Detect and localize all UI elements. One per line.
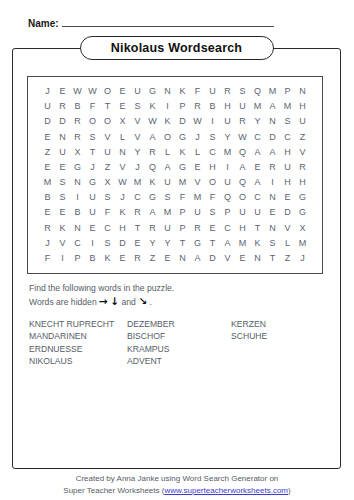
grid-cell: W [235,130,250,145]
grid-cell: F [175,190,190,205]
grid-cell: L [280,236,295,251]
grid-cell: V [115,160,130,175]
grid-cell: X [70,145,85,160]
grid-cell: U [220,114,235,129]
grid-cell: N [55,130,70,145]
grid-cell: Z [295,130,310,145]
grid-cell: V [295,145,310,160]
grid-cell: U [250,205,265,220]
grid-cell: S [55,190,70,205]
grid-cell: D [40,114,55,129]
grid-cell: K [145,99,160,114]
grid-cell: M [235,236,250,251]
grid-cell: R [145,221,160,236]
grid-cell: B [85,251,100,266]
grid-cell: R [295,160,310,175]
grid-cell: I [220,160,235,175]
grid-cell: H [280,175,295,190]
word-item: BISCHOF [127,330,231,342]
grid-cell: P [175,205,190,220]
grid-cell: J [40,84,55,99]
grid-cell: O [100,84,115,99]
grid-cell: R [130,205,145,220]
instructions-line1: Find the following words in the puzzle. [29,282,174,294]
grid-cell: M [265,84,280,99]
grid-cell: M [220,145,235,160]
grid-cell: T [100,99,115,114]
grid-cell: I [55,251,70,266]
grid-cell: V [130,130,145,145]
grid-cell: Y [130,145,145,160]
grid-cell: P [280,84,295,99]
grid-cell: N [250,251,265,266]
grid-cell: I [85,236,100,251]
grid-cell: T [130,221,145,236]
grid-cell: U [295,114,310,129]
grid-cell: R [70,130,85,145]
grid-cell: N [175,251,190,266]
word-item: DEZEMBER [127,318,231,330]
grid-cell: Q [220,190,235,205]
grid-cell: N [115,145,130,160]
grid-cell: O [85,114,100,129]
grid-cell: G [145,190,160,205]
footer-line1: Created by Anna Janke using Word Search … [0,473,354,485]
grid-cell: E [250,160,265,175]
grid-cell: S [100,236,115,251]
grid-cell: E [115,251,130,266]
grid-cell: Y [220,130,235,145]
grid-cell: L [190,145,205,160]
grid-cell: K [100,251,115,266]
grid-cell: V [280,221,295,236]
grid-cell: Q [235,175,250,190]
grid-cell: J [190,130,205,145]
grid-cell: S [205,130,220,145]
grid-cell: C [220,221,235,236]
grid-cell: E [115,99,130,114]
grid-cell: G [145,84,160,99]
grid-cell: U [85,190,100,205]
grid-cell: D [265,130,280,145]
grid-cell: C [70,236,85,251]
grid-cell: Z [145,251,160,266]
grid-cell: M [40,175,55,190]
grid-cell: G [175,130,190,145]
grid-cell: E [85,221,100,236]
website-link[interactable]: www.superteacherworksheets.com [164,486,288,495]
grid-cell: S [280,114,295,129]
grid-cell: V [100,130,115,145]
grid-cell: E [40,160,55,175]
grid-cell: I [205,114,220,129]
grid-cell: D [175,114,190,129]
grid-cell: U [160,221,175,236]
grid-cell: D [115,236,130,251]
grid-cell: A [145,130,160,145]
grid-cell: W [190,114,205,129]
grid-cell: U [40,99,55,114]
grid-cell: S [205,205,220,220]
word-list: KNECHT RUPRECHTMANDARINENERDNUESSENIKOLA… [29,318,329,367]
grid-cell: M [295,236,310,251]
grid-cell: E [40,130,55,145]
grid-cell: J [115,190,130,205]
grid-cell: S [160,190,175,205]
grid-cell: W [85,84,100,99]
grid-cell: K [160,114,175,129]
grid-cell: E [115,84,130,99]
grid-cell: K [55,221,70,236]
word-item: NIKOLAUS [29,355,127,367]
grid-cell: E [235,251,250,266]
grid-cell: E [205,221,220,236]
grid-cell: J [130,160,145,175]
grid-cell: U [235,205,250,220]
grid-cell: J [40,236,55,251]
grid-cell: V [55,236,70,251]
grid-cell: C [250,190,265,205]
grid-cell: G [190,236,205,251]
grid-cell: C [100,221,115,236]
grid-cell: E [40,205,55,220]
word-list-column-1: KNECHT RUPRECHTMANDARINENERDNUESSENIKOLA… [29,318,127,367]
title-banner: Nikolaus Wordsearch [80,36,274,60]
grid-cell: M [280,99,295,114]
grid-cell: M [130,175,145,190]
grid-cell: D [205,251,220,266]
grid-cell: Q [145,160,160,175]
word-item: KRAMPUS [127,343,231,355]
grid-cell: G [70,160,85,175]
grid-cell: G [295,205,310,220]
grid-cell: I [265,175,280,190]
grid-cell: O [160,130,175,145]
grid-cell: F [205,190,220,205]
word-list-column-3: KERZENSCHUHE [231,318,267,367]
grid-cell: G [175,160,190,175]
grid-cell: U [190,205,205,220]
grid-cell: X [295,221,310,236]
grid-cell: Z [40,145,55,160]
grid-cell: X [100,175,115,190]
footer-line2: Super Teacher Worksheets (www.superteach… [0,485,354,497]
page-title: Nikolaus Wordsearch [111,41,242,55]
grid-cell: K [175,84,190,99]
grid-cell: S [265,236,280,251]
instructions-line2: Words are hidden → ↓ and ↘ . [29,294,174,309]
grid-cell: R [190,221,205,236]
grid-cell: G [295,190,310,205]
grid-cell: A [250,175,265,190]
grid-cell: U [85,205,100,220]
grid-cell: R [40,221,55,236]
grid-cell: N [265,221,280,236]
grid-cell: A [220,236,235,251]
grid-cell: D [280,205,295,220]
grid-cell: C [205,145,220,160]
grid-cell: C [250,130,265,145]
arrow-right-icon: → [99,295,108,307]
grid-cell: S [130,99,145,114]
grid-cell: G [85,175,100,190]
grid-cell: E [265,205,280,220]
grid-cell: R [235,114,250,129]
grid-cell: B [205,99,220,114]
grid-cell: K [250,236,265,251]
grid-cell: E [55,160,70,175]
grid-cell: H [205,160,220,175]
grid-cell: W [70,84,85,99]
word-list-column-2: DEZEMBERBISCHOFKRAMPUSADVENT [127,318,231,367]
grid-cell: D [55,114,70,129]
grid-cell: B [40,190,55,205]
grid-cell: R [70,114,85,129]
grid-cell: N [70,221,85,236]
grid-cell: R [145,145,160,160]
grid-cell: R [220,84,235,99]
instructions: Find the following words in the puzzle. … [29,282,174,309]
grid-cell: E [160,251,175,266]
grid-cell: A [235,160,250,175]
grid-cell: K [145,175,160,190]
word-item: ADVENT [127,355,231,367]
grid-cell: B [70,205,85,220]
grid-cell: H [220,99,235,114]
grid-cell: H [235,221,250,236]
grid-cell: M [175,175,190,190]
grid-cell: M [160,205,175,220]
grid-cell: I [160,99,175,114]
grid-cell: U [100,145,115,160]
grid-cell: H [115,221,130,236]
word-item: MANDARINEN [29,330,127,342]
grid-cell: V [220,251,235,266]
grid-cell: B [70,99,85,114]
grid-cell: H [295,175,310,190]
name-label: Name: [28,18,59,29]
grid-cell: S [235,84,250,99]
grid-cell: Y [145,236,160,251]
grid-cell: P [175,221,190,236]
grid-cell: Z [280,251,295,266]
grid-cell: Y [250,114,265,129]
grid-cell: I [70,190,85,205]
grid-cell: M [250,99,265,114]
grid-cell: H [280,145,295,160]
grid-cell: Q [235,145,250,160]
grid-cell: L [160,145,175,160]
worksheet-frame: Nikolaus Wordsearch JEWWOEUGNKFURSQMPNUR… [12,48,341,469]
grid-cell: U [55,145,70,160]
footer-credit: Created by Anna Janke using Word Search … [0,473,354,497]
grid-cell: S [85,130,100,145]
grid-cell: A [265,99,280,114]
grid-cell: R [265,160,280,175]
word-item: KERZEN [231,318,267,330]
grid-cell: E [280,190,295,205]
name-blank-line [62,16,274,27]
arrow-down-icon: ↓ [110,295,119,307]
grid-cell: A [250,145,265,160]
grid-cell: U [280,160,295,175]
arrow-diagonal-icon: ↘ [138,295,147,307]
grid-cell: U [205,84,220,99]
grid-cell: U [160,175,175,190]
grid-cell: H [295,99,310,114]
grid-cell: E [130,236,145,251]
grid-cell: C [130,190,145,205]
grid-cell: T [205,236,220,251]
grid-cell: P [175,99,190,114]
grid-cell: M [190,190,205,205]
grid-cell: R [55,99,70,114]
grid-cell: R [130,251,145,266]
grid-cell: N [265,114,280,129]
grid-cell: U [235,99,250,114]
grid-cell: T [85,145,100,160]
grid-cell: U [220,175,235,190]
word-item: KNECHT RUPRECHT [29,318,127,330]
grid-cell: K [115,205,130,220]
grid-cell: T [265,251,280,266]
grid-cell: X [115,114,130,129]
grid-cell: J [85,160,100,175]
grid-cell: E [55,84,70,99]
grid-cell: F [100,205,115,220]
grid-cell: A [160,160,175,175]
grid-cell: W [145,114,160,129]
grid-cell: A [190,251,205,266]
grid-cell: N [160,84,175,99]
grid-cell: T [175,236,190,251]
grid-cell: E [55,205,70,220]
grid-cell: A [265,145,280,160]
grid-cell: S [100,190,115,205]
grid-cell: F [40,251,55,266]
grid-cell: V [190,175,205,190]
grid-cell: F [190,84,205,99]
wordsearch-grid: JEWWOEUGNKFURSQMPNURBFTESKIPRBHUMAMHDDRO… [27,76,323,274]
grid-cell: R [190,99,205,114]
grid-cell: A [145,205,160,220]
grid-cell: O [100,114,115,129]
grid-cell: W [115,175,130,190]
grid-cell: N [70,175,85,190]
grid-cell: U [130,84,145,99]
grid-cell: T [250,221,265,236]
grid-cell: N [295,84,310,99]
grid-cell: C [280,130,295,145]
grid-cell: S [55,175,70,190]
grid-cell: N [265,190,280,205]
grid-cell: J [295,251,310,266]
grid-cell: F [85,99,100,114]
grid-cell: E [190,160,205,175]
word-item: SCHUHE [231,330,267,342]
name-row: Name: [28,13,328,31]
grid-cell: O [235,190,250,205]
word-item: ERDNUESSE [29,343,127,355]
grid-cell: O [205,175,220,190]
grid-cell: L [115,130,130,145]
grid-cell: K [175,145,190,160]
grid-cell: Q [250,84,265,99]
grid-cell: V [130,114,145,129]
grid-cell: P [220,205,235,220]
grid-cell: P [70,251,85,266]
grid-cell: Y [160,236,175,251]
grid-cell: Z [100,160,115,175]
